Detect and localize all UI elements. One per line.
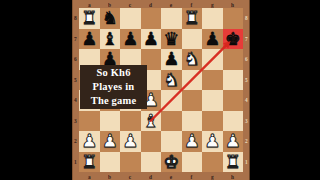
square-f4[interactable] xyxy=(182,90,203,111)
piece-white-rook[interactable]: ♜ xyxy=(81,9,97,27)
coord-label: 7 xyxy=(72,29,79,50)
coord-label: b xyxy=(100,172,121,180)
piece-white-pawn[interactable]: ♟ xyxy=(102,132,118,150)
coord-label: a xyxy=(79,172,100,180)
piece-black-knight[interactable]: ♞ xyxy=(102,9,118,27)
annotation-line-2: Playes in xyxy=(93,80,135,94)
coord-label: 4 xyxy=(72,90,79,111)
square-g6[interactable] xyxy=(202,49,223,70)
square-e8[interactable] xyxy=(161,8,182,29)
square-f6[interactable]: ♞ xyxy=(182,49,203,70)
square-f5[interactable] xyxy=(182,70,203,91)
piece-white-rook[interactable]: ♜ xyxy=(225,153,241,171)
square-a3[interactable] xyxy=(79,111,100,132)
square-c8[interactable] xyxy=(120,8,141,29)
coord-label: 5 xyxy=(243,70,250,91)
square-g2[interactable]: ♟ xyxy=(202,131,223,152)
square-f7[interactable] xyxy=(182,29,203,50)
piece-white-rook[interactable]: ♜ xyxy=(81,153,97,171)
square-a7[interactable]: ♟ xyxy=(79,29,100,50)
coord-label: 7 xyxy=(243,29,250,50)
piece-black-pawn[interactable]: ♟ xyxy=(204,30,220,48)
annotation-line-3: The game xyxy=(91,94,137,108)
coord-label: h xyxy=(223,172,244,180)
coord-label: e xyxy=(161,172,182,180)
piece-white-king[interactable]: ♚ xyxy=(163,153,179,171)
square-e1[interactable]: ♚ xyxy=(161,152,182,173)
square-g4[interactable] xyxy=(202,90,223,111)
coord-label: 4 xyxy=(243,90,250,111)
piece-black-pawn[interactable]: ♟ xyxy=(143,30,159,48)
square-b7[interactable]: ♝ xyxy=(100,29,121,50)
file-labels-bottom: abcdefgh xyxy=(79,172,243,180)
square-e4[interactable] xyxy=(161,90,182,111)
piece-white-pawn[interactable]: ♟ xyxy=(81,132,97,150)
piece-white-bishop[interactable]: ♝ xyxy=(143,112,159,130)
coord-label: 2 xyxy=(72,131,79,152)
piece-white-knight[interactable]: ♞ xyxy=(163,71,179,89)
chess-video-frame: abcdefgh abcdefgh 87654321 87654321 ♜♞♜♟… xyxy=(0,0,320,180)
square-d3[interactable]: ♝ xyxy=(141,111,162,132)
rank-labels-left: 87654321 xyxy=(72,8,79,172)
square-d1[interactable] xyxy=(141,152,162,173)
square-h8[interactable] xyxy=(223,8,244,29)
square-d2[interactable] xyxy=(141,131,162,152)
square-h1[interactable]: ♜ xyxy=(223,152,244,173)
piece-black-pawn[interactable]: ♟ xyxy=(81,30,97,48)
square-a1[interactable]: ♜ xyxy=(79,152,100,173)
piece-white-pawn[interactable]: ♟ xyxy=(204,132,220,150)
square-c3[interactable] xyxy=(120,111,141,132)
chess-board: abcdefgh abcdefgh 87654321 87654321 ♜♞♜♟… xyxy=(72,0,250,180)
square-e2[interactable] xyxy=(161,131,182,152)
annotation-line-1: So Kh6 xyxy=(96,66,130,80)
coord-label: d xyxy=(141,172,162,180)
coord-label: 6 xyxy=(243,49,250,70)
rank-labels-right: 87654321 xyxy=(243,8,250,172)
piece-black-bishop[interactable]: ♝ xyxy=(102,30,118,48)
coord-label: 5 xyxy=(72,70,79,91)
square-h4[interactable] xyxy=(223,90,244,111)
piece-white-pawn[interactable]: ♟ xyxy=(122,132,138,150)
piece-black-pawn[interactable]: ♟ xyxy=(163,50,179,68)
square-h3[interactable] xyxy=(223,111,244,132)
square-h5[interactable] xyxy=(223,70,244,91)
coord-label: f xyxy=(182,172,203,180)
square-e5[interactable]: ♞ xyxy=(161,70,182,91)
square-f1[interactable] xyxy=(182,152,203,173)
coord-label: 3 xyxy=(243,111,250,132)
square-f2[interactable]: ♟ xyxy=(182,131,203,152)
square-h7[interactable]: ♚ xyxy=(223,29,244,50)
square-b1[interactable] xyxy=(100,152,121,173)
piece-black-pawn[interactable]: ♟ xyxy=(122,30,138,48)
coord-label: 6 xyxy=(72,49,79,70)
square-f3[interactable] xyxy=(182,111,203,132)
coord-label: g xyxy=(202,172,223,180)
square-g7[interactable]: ♟ xyxy=(202,29,223,50)
piece-white-pawn[interactable]: ♟ xyxy=(225,132,241,150)
square-d7[interactable]: ♟ xyxy=(141,29,162,50)
square-e3[interactable] xyxy=(161,111,182,132)
coord-label: 8 xyxy=(243,8,250,29)
square-c1[interactable] xyxy=(120,152,141,173)
square-e7[interactable]: ♛ xyxy=(161,29,182,50)
square-c7[interactable]: ♟ xyxy=(120,29,141,50)
square-a2[interactable]: ♟ xyxy=(79,131,100,152)
square-g5[interactable] xyxy=(202,70,223,91)
square-b3[interactable] xyxy=(100,111,121,132)
piece-white-pawn[interactable]: ♟ xyxy=(184,132,200,150)
square-f8[interactable]: ♜ xyxy=(182,8,203,29)
annotation-box: So Kh6 Playes in The game xyxy=(80,65,147,109)
piece-white-rook[interactable]: ♜ xyxy=(184,9,200,27)
square-e6[interactable]: ♟ xyxy=(161,49,182,70)
piece-black-king[interactable]: ♚ xyxy=(225,30,241,48)
square-g1[interactable] xyxy=(202,152,223,173)
square-b8[interactable]: ♞ xyxy=(100,8,121,29)
square-c2[interactable]: ♟ xyxy=(120,131,141,152)
coord-label: 1 xyxy=(72,152,79,173)
square-h2[interactable]: ♟ xyxy=(223,131,244,152)
coord-label: c xyxy=(120,172,141,180)
coord-label: 2 xyxy=(243,131,250,152)
square-g8[interactable] xyxy=(202,8,223,29)
square-h6[interactable] xyxy=(223,49,244,70)
square-g3[interactable] xyxy=(202,111,223,132)
square-d8[interactable] xyxy=(141,8,162,29)
coord-label: 8 xyxy=(72,8,79,29)
square-a8[interactable]: ♜ xyxy=(79,8,100,29)
piece-black-queen[interactable]: ♛ xyxy=(163,30,179,48)
piece-white-knight[interactable]: ♞ xyxy=(184,50,200,68)
coord-label: 3 xyxy=(72,111,79,132)
coord-label: 1 xyxy=(243,152,250,173)
square-b2[interactable]: ♟ xyxy=(100,131,121,152)
